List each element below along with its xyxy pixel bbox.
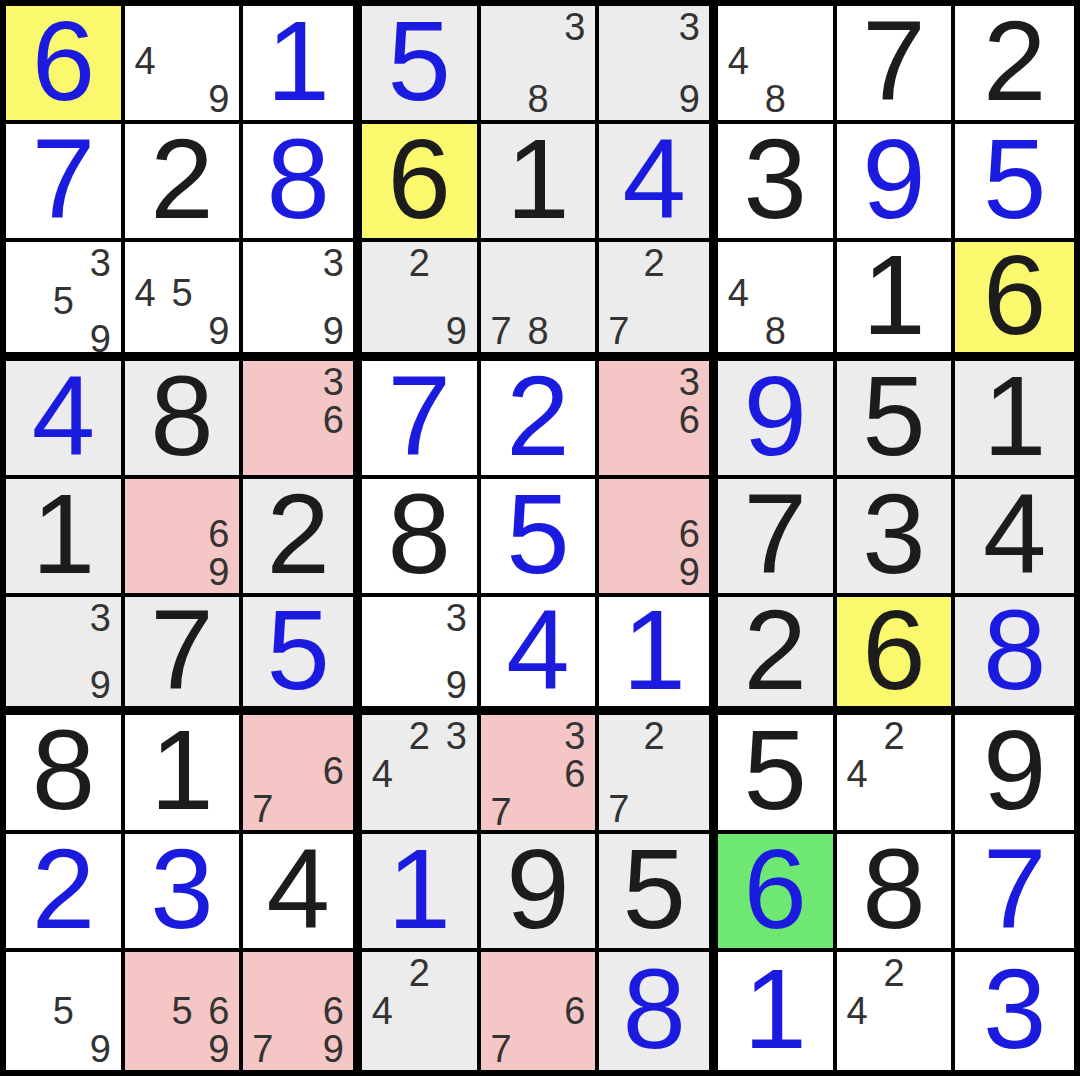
user-digit: 5	[983, 124, 1046, 236]
user-digit: 9	[862, 124, 925, 236]
pencil-marks: 234	[364, 717, 475, 827]
pencil-mark: 3	[438, 599, 475, 637]
user-digit: 8	[622, 952, 685, 1066]
pencil-mark: 4	[364, 755, 401, 793]
given-digit: 9	[983, 715, 1046, 827]
cell-r9c7[interactable]: 1	[718, 952, 837, 1070]
pencil-mark: 6	[316, 401, 351, 439]
pencil-mark: 6	[200, 992, 237, 1030]
cell-r9c2[interactable]: 569	[125, 952, 244, 1070]
user-digit: 8	[983, 597, 1046, 707]
cell-r3c5[interactable]: 78	[481, 242, 600, 360]
cell-r1c9[interactable]: 2	[955, 6, 1074, 124]
pencil-marks: 59	[8, 954, 119, 1068]
pencil-marks: 24	[364, 954, 475, 1068]
cell-r7c3[interactable]: 67	[243, 715, 362, 833]
pencil-marks: 67	[483, 954, 594, 1068]
cell-r6c1[interactable]: 39	[6, 597, 125, 715]
pencil-mark: 2	[401, 244, 438, 282]
pencil-mark: 3	[316, 244, 351, 282]
given-digit: 2	[266, 479, 329, 591]
pencil-mark: 3	[672, 8, 707, 46]
cell-r3c2[interactable]: 459	[125, 242, 244, 360]
cell-r5c2[interactable]: 69	[125, 479, 244, 597]
pencil-mark: 7	[601, 790, 636, 828]
cell-r4c9[interactable]: 1	[955, 361, 1074, 479]
cell-r6c8[interactable]: 6	[837, 597, 956, 715]
cell-r4c1[interactable]: 4	[6, 361, 125, 479]
cell-r8c3[interactable]: 4	[243, 834, 362, 952]
pencil-mark: 6	[556, 992, 593, 1030]
pencil-marks: 27	[601, 717, 707, 827]
pencil-mark: 9	[672, 80, 707, 118]
pencil-mark: 9	[82, 666, 119, 704]
pencil-mark: 6	[316, 752, 351, 790]
cell-r6c7[interactable]: 2	[718, 597, 837, 715]
user-digit: 8	[266, 124, 329, 236]
cell-r7c6[interactable]: 27	[599, 715, 718, 833]
user-digit: 4	[506, 597, 569, 707]
cell-r5c8[interactable]: 3	[837, 479, 956, 597]
cell-r3c3[interactable]: 39	[243, 242, 362, 360]
user-digit: 1	[622, 597, 685, 707]
pencil-mark: 4	[364, 992, 401, 1030]
pencil-mark: 4	[720, 42, 757, 80]
pencil-mark: 9	[438, 666, 475, 704]
given-digit: 4	[266, 834, 329, 946]
cell-r1c6[interactable]: 39	[599, 6, 718, 124]
cell-r4c3[interactable]: 36	[243, 361, 362, 479]
pencil-marks: 78	[483, 244, 594, 349]
user-digit: 5	[506, 479, 569, 591]
cell-r7c5[interactable]: 367	[481, 715, 600, 833]
pencil-mark: 9	[316, 312, 351, 350]
pencil-mark: 4	[720, 274, 757, 312]
cell-r4c8[interactable]: 5	[837, 361, 956, 479]
given-digit: 4	[983, 479, 1046, 591]
pencil-mark: 2	[876, 954, 913, 992]
cell-r8c1[interactable]: 2	[6, 834, 125, 952]
given-digit: 5	[862, 361, 925, 473]
pencil-mark: 3	[82, 244, 119, 282]
given-digit: 6	[388, 124, 451, 236]
cell-r2c3[interactable]: 8	[243, 124, 362, 242]
pencil-marks: 69	[601, 481, 707, 591]
user-digit: 9	[744, 361, 807, 473]
pencil-mark: 2	[637, 717, 672, 755]
cell-r7c9[interactable]: 9	[955, 715, 1074, 833]
cell-r8c4[interactable]: 1	[362, 834, 481, 952]
pencil-mark: 3	[556, 8, 593, 46]
pencil-mark: 7	[245, 1030, 280, 1068]
given-digit: 1	[862, 242, 925, 352]
pencil-mark: 4	[127, 42, 164, 80]
cell-r3c1[interactable]: 359	[6, 242, 125, 360]
cell-r9c6[interactable]: 8	[599, 952, 718, 1070]
cell-r3c9[interactable]: 6	[955, 242, 1074, 360]
pencil-mark: 6	[672, 515, 707, 553]
cell-r8c2[interactable]: 3	[125, 834, 244, 952]
pencil-mark: 5	[164, 274, 201, 312]
pencil-marks: 39	[364, 599, 475, 704]
pencil-marks: 24	[839, 717, 950, 827]
given-digit: 8	[862, 834, 925, 946]
given-digit: 5	[744, 715, 807, 827]
cell-r2c1[interactable]: 7	[6, 124, 125, 242]
pencil-mark: 9	[200, 1030, 237, 1068]
cell-r4c7[interactable]: 9	[718, 361, 837, 479]
pencil-mark: 6	[672, 401, 707, 439]
pencil-marks: 27	[601, 244, 707, 349]
cell-r7c2[interactable]: 1	[125, 715, 244, 833]
cell-r3c7[interactable]: 48	[718, 242, 837, 360]
pencil-mark: 8	[520, 80, 557, 118]
cell-r1c2[interactable]: 49	[125, 6, 244, 124]
cell-r5c5[interactable]: 5	[481, 479, 600, 597]
sudoku-board: 6491538394872728614395359459392978274816…	[0, 0, 1080, 1076]
cell-r6c2[interactable]: 7	[125, 597, 244, 715]
pencil-marks: 49	[127, 8, 238, 118]
cell-r9c4[interactable]: 24	[362, 952, 481, 1070]
given-digit: 8	[32, 715, 95, 827]
pencil-mark: 4	[127, 274, 164, 312]
pencil-mark: 3	[556, 717, 593, 755]
pencil-mark: 2	[876, 717, 913, 755]
pencil-mark: 9	[438, 312, 475, 350]
cell-r1c3[interactable]: 1	[243, 6, 362, 124]
user-digit: 3	[983, 952, 1046, 1066]
given-digit: 2	[983, 6, 1046, 118]
cell-r7c4[interactable]: 234	[362, 715, 481, 833]
given-digit: 5	[622, 834, 685, 946]
pencil-marks: 67	[245, 717, 351, 827]
cell-r2c6[interactable]: 4	[599, 124, 718, 242]
cell-r5c6[interactable]: 69	[599, 479, 718, 597]
user-digit: 2	[506, 361, 569, 473]
cell-r6c4[interactable]: 39	[362, 597, 481, 715]
pencil-marks: 39	[245, 244, 351, 349]
pencil-mark: 4	[839, 992, 876, 1030]
pencil-mark: 9	[200, 553, 237, 591]
pencil-mark: 4	[839, 755, 876, 793]
cell-r3c4[interactable]: 29	[362, 242, 481, 360]
cell-r7c7[interactable]: 5	[718, 715, 837, 833]
pencil-mark: 3	[438, 717, 475, 755]
pencil-mark: 5	[45, 282, 82, 320]
pencil-mark: 9	[82, 320, 119, 358]
pencil-mark: 6	[200, 515, 237, 553]
given-digit: 1	[506, 124, 569, 236]
cell-r6c5[interactable]: 4	[481, 597, 600, 715]
given-digit: 3	[744, 124, 807, 236]
pencil-mark: 3	[82, 599, 119, 637]
user-digit: 1	[388, 834, 451, 946]
given-digit: 1	[150, 715, 213, 827]
user-digit: 4	[622, 124, 685, 236]
pencil-mark: 8	[520, 312, 557, 350]
pencil-marks: 36	[601, 363, 707, 473]
cell-r2c5[interactable]: 1	[481, 124, 600, 242]
pencil-mark: 9	[200, 80, 237, 118]
pencil-mark: 7	[483, 1030, 520, 1068]
given-digit: 1	[983, 361, 1046, 473]
pencil-mark: 3	[672, 363, 707, 401]
pencil-marks: 48	[720, 244, 831, 349]
pencil-mark: 2	[637, 244, 672, 282]
user-digit: 7	[983, 834, 1046, 946]
cell-r6c6[interactable]: 1	[599, 597, 718, 715]
user-digit: 5	[266, 597, 329, 707]
pencil-mark: 7	[483, 793, 520, 831]
given-digit: 7	[150, 597, 213, 707]
cell-r5c4[interactable]: 8	[362, 479, 481, 597]
pencil-marks: 48	[720, 8, 831, 118]
pencil-mark: 3	[316, 363, 351, 401]
pencil-mark: 8	[757, 312, 794, 350]
pencil-mark: 2	[401, 954, 438, 992]
given-digit: 6	[983, 242, 1046, 352]
cell-r2c7[interactable]: 3	[718, 124, 837, 242]
pencil-mark: 7	[601, 312, 636, 350]
cell-r6c9[interactable]: 8	[955, 597, 1074, 715]
given-digit: 3	[862, 479, 925, 591]
user-digit: 6	[32, 6, 95, 118]
pencil-marks: 459	[127, 244, 238, 349]
pencil-mark: 6	[316, 992, 351, 1030]
cell-r9c3[interactable]: 679	[243, 952, 362, 1070]
pencil-mark: 7	[483, 312, 520, 350]
cell-r5c9[interactable]: 4	[955, 479, 1074, 597]
pencil-mark: 8	[757, 80, 794, 118]
cell-r9c5[interactable]: 67	[481, 952, 600, 1070]
given-digit: 8	[150, 361, 213, 473]
cell-r5c7[interactable]: 7	[718, 479, 837, 597]
given-digit: 8	[388, 479, 451, 591]
cell-r5c3[interactable]: 2	[243, 479, 362, 597]
user-digit: 5	[388, 6, 451, 118]
user-digit: 1	[266, 6, 329, 118]
pencil-marks: 36	[245, 363, 351, 473]
cell-r8c6[interactable]: 5	[599, 834, 718, 952]
cell-r7c1[interactable]: 8	[6, 715, 125, 833]
cell-r7c8[interactable]: 24	[837, 715, 956, 833]
user-digit: 1	[744, 952, 807, 1066]
pencil-mark: 9	[316, 1030, 351, 1068]
cell-r4c4[interactable]: 7	[362, 361, 481, 479]
cell-r2c4[interactable]: 6	[362, 124, 481, 242]
cell-r3c6[interactable]: 27	[599, 242, 718, 360]
user-digit: 7	[32, 124, 95, 236]
given-digit: 7	[862, 6, 925, 118]
cell-r6c3[interactable]: 5	[243, 597, 362, 715]
pencil-mark: 7	[245, 790, 280, 828]
pencil-mark: 9	[200, 312, 237, 350]
user-digit: 4	[32, 361, 95, 473]
cell-r4c2[interactable]: 8	[125, 361, 244, 479]
cell-r8c5[interactable]: 9	[481, 834, 600, 952]
cell-r8c9[interactable]: 7	[955, 834, 1074, 952]
cell-r9c9[interactable]: 3	[955, 952, 1074, 1070]
pencil-mark: 5	[45, 992, 82, 1030]
cell-r8c7[interactable]: 6	[718, 834, 837, 952]
pencil-marks: 69	[127, 481, 238, 591]
user-digit: 7	[388, 361, 451, 473]
given-digit: 2	[150, 124, 213, 236]
cell-r1c4[interactable]: 5	[362, 6, 481, 124]
given-digit: 1	[32, 479, 95, 591]
given-digit: 9	[506, 834, 569, 946]
pencil-mark: 2	[401, 717, 438, 755]
cell-r3c8[interactable]: 1	[837, 242, 956, 360]
pencil-mark: 6	[556, 755, 593, 793]
user-digit: 2	[32, 834, 95, 946]
cell-r2c8[interactable]: 9	[837, 124, 956, 242]
pencil-marks: 367	[483, 717, 594, 827]
pencil-mark: 9	[82, 1030, 119, 1068]
pencil-mark: 9	[672, 553, 707, 591]
given-digit: 6	[862, 597, 925, 707]
cell-r1c8[interactable]: 7	[837, 6, 956, 124]
pencil-marks: 569	[127, 954, 238, 1068]
pencil-marks: 679	[245, 954, 351, 1068]
cell-r1c7[interactable]: 48	[718, 6, 837, 124]
cell-r8c8[interactable]: 8	[837, 834, 956, 952]
pencil-marks: 29	[364, 244, 475, 349]
cell-r1c1[interactable]: 6	[6, 6, 125, 124]
user-digit: 6	[744, 834, 807, 946]
cell-r4c6[interactable]: 36	[599, 361, 718, 479]
cell-r9c1[interactable]: 59	[6, 952, 125, 1070]
pencil-mark: 5	[164, 992, 201, 1030]
cell-r4c5[interactable]: 2	[481, 361, 600, 479]
pencil-marks: 38	[483, 8, 594, 118]
pencil-marks: 39	[8, 599, 119, 704]
cell-r2c2[interactable]: 2	[125, 124, 244, 242]
pencil-marks: 359	[8, 244, 119, 349]
cell-r2c9[interactable]: 5	[955, 124, 1074, 242]
given-digit: 2	[744, 597, 807, 707]
pencil-marks: 24	[839, 954, 950, 1068]
cell-r9c8[interactable]: 24	[837, 952, 956, 1070]
user-digit: 3	[150, 834, 213, 946]
pencil-marks: 39	[601, 8, 707, 118]
given-digit: 7	[744, 479, 807, 591]
cell-r1c5[interactable]: 38	[481, 6, 600, 124]
cell-r5c1[interactable]: 1	[6, 479, 125, 597]
